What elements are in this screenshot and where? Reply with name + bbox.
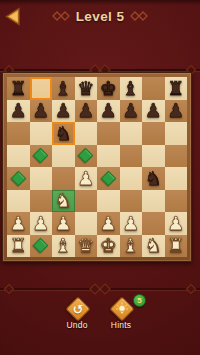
title-row: Level 5	[0, 0, 200, 32]
title-ornament-left-icon	[52, 11, 70, 21]
piece-black-pawn[interactable]: ♟	[77, 101, 94, 120]
piece-black-king[interactable]: ♚	[100, 79, 117, 98]
square-f5[interactable]	[120, 145, 143, 168]
piece-white-pawn[interactable]: ♟	[10, 214, 27, 233]
square-d4[interactable]: ♟	[75, 167, 98, 190]
square-g3[interactable]	[142, 190, 165, 213]
piece-black-bishop[interactable]: ♝	[122, 79, 139, 98]
piece-black-pawn[interactable]: ♟	[167, 101, 184, 120]
square-d7[interactable]: ♟	[75, 100, 98, 123]
hints-button[interactable]	[109, 296, 134, 321]
square-a2[interactable]: ♟	[7, 212, 30, 235]
piece-white-pawn[interactable]: ♟	[55, 214, 72, 233]
square-g2[interactable]	[142, 212, 165, 235]
undo-button-wrap: ↺	[66, 297, 88, 319]
square-c8[interactable]: ♝	[52, 77, 75, 100]
piece-black-rook[interactable]: ♜	[167, 79, 184, 98]
undo-button[interactable]: ↺	[65, 296, 90, 321]
square-g6[interactable]	[142, 122, 165, 145]
square-c6[interactable]: ♞	[52, 122, 75, 145]
square-c2[interactable]: ♟	[52, 212, 75, 235]
piece-black-rook[interactable]: ♜	[10, 79, 27, 98]
square-e7[interactable]: ♟	[97, 100, 120, 123]
piece-black-pawn[interactable]: ♟	[55, 101, 72, 120]
square-c4[interactable]	[52, 167, 75, 190]
app-screen: Level 5 ♜♝♛♚♝♜♟♟♟♟♟♟♟♟♞♟♞♞♟♟♟♟♟♟♜♝♛♚♝♞♜ …	[0, 0, 200, 355]
square-c7[interactable]: ♟	[52, 100, 75, 123]
piece-black-pawn[interactable]: ♟	[122, 101, 139, 120]
square-e4[interactable]	[97, 167, 120, 190]
square-e3[interactable]	[97, 190, 120, 213]
square-a5[interactable]	[7, 145, 30, 168]
square-b2[interactable]: ♟	[30, 212, 53, 235]
square-b1[interactable]	[30, 235, 53, 258]
title-ornament-right-icon	[130, 11, 148, 21]
square-h6[interactable]	[165, 122, 188, 145]
square-f1[interactable]: ♝	[120, 235, 143, 258]
piece-white-rook[interactable]: ♜	[10, 236, 27, 255]
square-e8[interactable]: ♚	[97, 77, 120, 100]
piece-black-pawn[interactable]: ♟	[10, 101, 27, 120]
square-g7[interactable]: ♟	[142, 100, 165, 123]
square-h7[interactable]: ♟	[165, 100, 188, 123]
piece-white-pawn[interactable]: ♟	[167, 214, 184, 233]
hints-count-badge: 5	[133, 294, 146, 307]
square-d1[interactable]: ♛	[75, 235, 98, 258]
square-h3[interactable]	[165, 190, 188, 213]
square-f2[interactable]: ♟	[120, 212, 143, 235]
hints-button-wrap	[110, 297, 132, 319]
square-b3[interactable]	[30, 190, 53, 213]
board-grid: ♜♝♛♚♝♜♟♟♟♟♟♟♟♟♞♟♞♞♟♟♟♟♟♟♜♝♛♚♝♞♜	[7, 77, 187, 257]
piece-white-pawn[interactable]: ♟	[77, 169, 94, 188]
piece-white-knight[interactable]: ♞	[145, 236, 162, 255]
square-a1[interactable]: ♜	[7, 235, 30, 258]
piece-white-pawn[interactable]: ♟	[32, 214, 49, 233]
back-arrow-icon	[5, 7, 20, 26]
square-d6[interactable]	[75, 122, 98, 145]
square-d8[interactable]: ♛	[75, 77, 98, 100]
lightbulb-icon	[115, 302, 129, 316]
piece-white-knight[interactable]: ♞	[55, 191, 72, 210]
square-b4[interactable]	[30, 167, 53, 190]
square-c3[interactable]: ♞	[52, 190, 75, 213]
square-g8[interactable]	[142, 77, 165, 100]
piece-white-bishop[interactable]: ♝	[122, 236, 139, 255]
back-button[interactable]	[5, 7, 20, 26]
move-hint-diamond[interactable]	[100, 170, 116, 186]
square-h1[interactable]: ♜	[165, 235, 188, 258]
piece-black-bishop[interactable]: ♝	[55, 79, 72, 98]
square-c5[interactable]	[52, 145, 75, 168]
square-b6[interactable]	[30, 122, 53, 145]
move-hint-diamond[interactable]	[33, 148, 49, 164]
square-g4[interactable]: ♞	[142, 167, 165, 190]
piece-black-knight[interactable]: ♞	[145, 169, 162, 188]
square-d2[interactable]	[75, 212, 98, 235]
square-b5[interactable]	[30, 145, 53, 168]
square-h4[interactable]	[165, 167, 188, 190]
square-f4[interactable]	[120, 167, 143, 190]
square-e2[interactable]: ♟	[97, 212, 120, 235]
square-a4[interactable]	[7, 167, 30, 190]
chess-board: ♜♝♛♚♝♜♟♟♟♟♟♟♟♟♞♟♞♞♟♟♟♟♟♟♜♝♛♚♝♞♜	[2, 72, 192, 262]
move-hint-diamond[interactable]	[10, 170, 26, 186]
square-g5[interactable]	[142, 145, 165, 168]
piece-white-pawn[interactable]: ♟	[122, 214, 139, 233]
square-h2[interactable]: ♟	[165, 212, 188, 235]
move-hint-diamond[interactable]	[78, 148, 94, 164]
square-b7[interactable]: ♟	[30, 100, 53, 123]
hints-label: Hints	[101, 320, 141, 330]
square-e5[interactable]	[97, 145, 120, 168]
piece-black-pawn[interactable]: ♟	[32, 101, 49, 120]
piece-black-pawn[interactable]: ♟	[100, 101, 117, 120]
piece-white-king[interactable]: ♚	[100, 236, 117, 255]
piece-white-bishop[interactable]: ♝	[55, 236, 72, 255]
square-e6[interactable]	[97, 122, 120, 145]
square-a8[interactable]: ♜	[7, 77, 30, 100]
square-d5[interactable]	[75, 145, 98, 168]
square-g1[interactable]: ♞	[142, 235, 165, 258]
square-c1[interactable]: ♝	[52, 235, 75, 258]
move-hint-diamond[interactable]	[33, 238, 49, 254]
square-f6[interactable]	[120, 122, 143, 145]
square-a7[interactable]: ♟	[7, 100, 30, 123]
square-a6[interactable]	[7, 122, 30, 145]
top-bar: Level 5	[0, 0, 200, 34]
square-f8[interactable]: ♝	[120, 77, 143, 100]
piece-white-pawn[interactable]: ♟	[100, 214, 117, 233]
piece-black-pawn[interactable]: ♟	[145, 101, 162, 120]
square-a3[interactable]	[7, 190, 30, 213]
square-b8[interactable]	[30, 77, 53, 100]
piece-white-queen[interactable]: ♛	[77, 236, 94, 255]
piece-black-queen[interactable]: ♛	[77, 79, 94, 98]
undo-label: Undo	[57, 320, 97, 330]
divider-ornament-bottom	[0, 282, 200, 296]
square-f3[interactable]	[120, 190, 143, 213]
piece-white-rook[interactable]: ♜	[167, 236, 184, 255]
piece-black-knight[interactable]: ♞	[55, 124, 72, 143]
square-d3[interactable]	[75, 190, 98, 213]
square-e1[interactable]: ♚	[97, 235, 120, 258]
square-f7[interactable]: ♟	[120, 100, 143, 123]
undo-icon: ↺	[73, 303, 84, 316]
level-title: Level 5	[76, 9, 125, 24]
square-h8[interactable]: ♜	[165, 77, 188, 100]
square-h5[interactable]	[165, 145, 188, 168]
